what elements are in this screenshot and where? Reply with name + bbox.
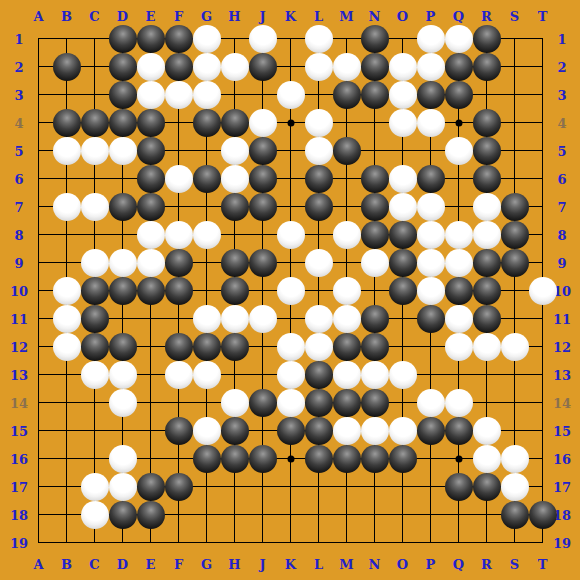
- black-stone-E7[interactable]: [137, 193, 165, 221]
- black-stone-N2[interactable]: [361, 53, 389, 81]
- black-stone-F15[interactable]: [165, 417, 193, 445]
- black-stone-D1[interactable]: [109, 25, 137, 53]
- white-stone-M2[interactable]: [333, 53, 361, 81]
- col-label-bottom: P: [426, 558, 436, 571]
- black-stone-E4[interactable]: [137, 109, 165, 137]
- white-stone-D13[interactable]: [109, 361, 137, 389]
- white-stone-O13[interactable]: [389, 361, 417, 389]
- white-stone-F6[interactable]: [165, 165, 193, 193]
- row-label-right: 6: [557, 172, 566, 185]
- black-stone-R11[interactable]: [473, 305, 501, 333]
- white-stone-E8[interactable]: [137, 221, 165, 249]
- white-stone-M11[interactable]: [333, 305, 361, 333]
- black-stone-B2[interactable]: [53, 53, 81, 81]
- white-stone-L11[interactable]: [305, 305, 333, 333]
- black-stone-N1[interactable]: [361, 25, 389, 53]
- row-label-left: 8: [14, 228, 23, 241]
- white-stone-C7[interactable]: [81, 193, 109, 221]
- black-stone-C11[interactable]: [81, 305, 109, 333]
- black-stone-J16[interactable]: [249, 445, 277, 473]
- black-stone-F2[interactable]: [165, 53, 193, 81]
- black-stone-H12[interactable]: [221, 333, 249, 361]
- black-stone-E18[interactable]: [137, 501, 165, 529]
- white-stone-O3[interactable]: [389, 81, 417, 109]
- white-stone-B10[interactable]: [53, 277, 81, 305]
- col-label-top: B: [61, 10, 72, 23]
- black-stone-Q17[interactable]: [445, 473, 473, 501]
- white-stone-S16[interactable]: [501, 445, 529, 473]
- col-label-bottom: N: [369, 558, 381, 571]
- black-stone-L16[interactable]: [305, 445, 333, 473]
- row-label-left: 12: [10, 340, 28, 353]
- col-label-top: R: [481, 10, 492, 23]
- row-label-right: 5: [557, 144, 566, 157]
- white-stone-R15[interactable]: [473, 417, 501, 445]
- white-stone-F13[interactable]: [165, 361, 193, 389]
- black-stone-L13[interactable]: [305, 361, 333, 389]
- black-stone-F12[interactable]: [165, 333, 193, 361]
- row-label-right: 15: [553, 424, 571, 437]
- black-stone-R1[interactable]: [473, 25, 501, 53]
- white-stone-J1[interactable]: [249, 25, 277, 53]
- grid-hline: [38, 542, 543, 543]
- black-stone-P11[interactable]: [417, 305, 445, 333]
- white-stone-P2[interactable]: [417, 53, 445, 81]
- black-stone-N16[interactable]: [361, 445, 389, 473]
- black-stone-C12[interactable]: [81, 333, 109, 361]
- col-label-bottom: Q: [453, 558, 464, 571]
- col-label-bottom: D: [117, 558, 128, 571]
- white-stone-L5[interactable]: [305, 137, 333, 165]
- black-stone-L14[interactable]: [305, 389, 333, 417]
- white-stone-S12[interactable]: [501, 333, 529, 361]
- black-stone-F1[interactable]: [165, 25, 193, 53]
- row-label-left: 14: [10, 396, 28, 409]
- row-label-right: 1: [557, 32, 566, 45]
- black-stone-D3[interactable]: [109, 81, 137, 109]
- black-stone-D4[interactable]: [109, 109, 137, 137]
- row-label-left: 13: [10, 368, 28, 381]
- row-label-right: 2: [557, 60, 566, 73]
- white-stone-Q11[interactable]: [445, 305, 473, 333]
- black-stone-J5[interactable]: [249, 137, 277, 165]
- col-label-bottom: F: [174, 558, 183, 571]
- col-label-bottom: A: [33, 558, 43, 571]
- black-stone-L6[interactable]: [305, 165, 333, 193]
- white-stone-G13[interactable]: [193, 361, 221, 389]
- white-stone-C13[interactable]: [81, 361, 109, 389]
- black-stone-R5[interactable]: [473, 137, 501, 165]
- white-stone-B7[interactable]: [53, 193, 81, 221]
- white-stone-K12[interactable]: [277, 333, 305, 361]
- row-label-left: 9: [14, 256, 23, 269]
- white-stone-P4[interactable]: [417, 109, 445, 137]
- black-stone-D12[interactable]: [109, 333, 137, 361]
- row-label-left: 10: [10, 284, 28, 297]
- white-stone-H5[interactable]: [221, 137, 249, 165]
- white-stone-D14[interactable]: [109, 389, 137, 417]
- col-label-top: N: [369, 10, 381, 23]
- white-stone-K14[interactable]: [277, 389, 305, 417]
- black-stone-G4[interactable]: [193, 109, 221, 137]
- white-stone-S17[interactable]: [501, 473, 529, 501]
- col-label-top: K: [285, 10, 296, 23]
- black-stone-E6[interactable]: [137, 165, 165, 193]
- black-stone-O8[interactable]: [389, 221, 417, 249]
- white-stone-T10[interactable]: [529, 277, 557, 305]
- col-label-top: A: [33, 10, 43, 23]
- white-stone-H2[interactable]: [221, 53, 249, 81]
- black-stone-R2[interactable]: [473, 53, 501, 81]
- white-stone-D16[interactable]: [109, 445, 137, 473]
- white-stone-C5[interactable]: [81, 137, 109, 165]
- black-stone-H16[interactable]: [221, 445, 249, 473]
- white-stone-G1[interactable]: [193, 25, 221, 53]
- black-stone-C4[interactable]: [81, 109, 109, 137]
- col-label-bottom: M: [339, 558, 353, 571]
- black-stone-S18[interactable]: [501, 501, 529, 529]
- black-stone-N8[interactable]: [361, 221, 389, 249]
- white-stone-G15[interactable]: [193, 417, 221, 445]
- black-stone-N6[interactable]: [361, 165, 389, 193]
- row-label-left: 7: [14, 200, 23, 213]
- col-label-bottom: C: [89, 558, 99, 571]
- col-label-bottom: T: [538, 558, 548, 571]
- black-stone-B4[interactable]: [53, 109, 81, 137]
- black-stone-M16[interactable]: [333, 445, 361, 473]
- black-stone-O10[interactable]: [389, 277, 417, 305]
- white-stone-J11[interactable]: [249, 305, 277, 333]
- col-label-top: L: [314, 10, 323, 23]
- white-stone-G2[interactable]: [193, 53, 221, 81]
- black-stone-R9[interactable]: [473, 249, 501, 277]
- white-stone-L9[interactable]: [305, 249, 333, 277]
- white-stone-O2[interactable]: [389, 53, 417, 81]
- col-label-top: C: [89, 10, 99, 23]
- white-stone-D5[interactable]: [109, 137, 137, 165]
- black-stone-D10[interactable]: [109, 277, 137, 305]
- black-stone-F9[interactable]: [165, 249, 193, 277]
- col-label-bottom: L: [314, 558, 323, 571]
- white-stone-C18[interactable]: [81, 501, 109, 529]
- black-stone-Q15[interactable]: [445, 417, 473, 445]
- white-stone-F3[interactable]: [165, 81, 193, 109]
- black-stone-G6[interactable]: [193, 165, 221, 193]
- black-stone-F10[interactable]: [165, 277, 193, 305]
- row-label-right: 8: [557, 228, 566, 241]
- black-stone-M3[interactable]: [333, 81, 361, 109]
- black-stone-M14[interactable]: [333, 389, 361, 417]
- row-label-right: 7: [557, 200, 566, 213]
- col-label-bottom: J: [259, 558, 265, 571]
- black-stone-C10[interactable]: [81, 277, 109, 305]
- black-stone-K15[interactable]: [277, 417, 305, 445]
- col-label-bottom: G: [201, 558, 212, 571]
- black-stone-N12[interactable]: [361, 333, 389, 361]
- row-label-right: 17: [553, 480, 571, 493]
- col-label-bottom: S: [510, 558, 519, 571]
- row-label-right: 19: [553, 536, 571, 549]
- white-stone-R16[interactable]: [473, 445, 501, 473]
- white-stone-P8[interactable]: [417, 221, 445, 249]
- row-label-right: 14: [553, 396, 571, 409]
- black-stone-J6[interactable]: [249, 165, 277, 193]
- black-stone-G12[interactable]: [193, 333, 221, 361]
- black-stone-E17[interactable]: [137, 473, 165, 501]
- white-stone-L2[interactable]: [305, 53, 333, 81]
- col-label-top: Q: [453, 10, 464, 23]
- white-stone-K10[interactable]: [277, 277, 305, 305]
- black-stone-P3[interactable]: [417, 81, 445, 109]
- row-label-right: 3: [557, 88, 566, 101]
- black-stone-S7[interactable]: [501, 193, 529, 221]
- black-stone-E10[interactable]: [137, 277, 165, 305]
- white-stone-P9[interactable]: [417, 249, 445, 277]
- white-stone-J4[interactable]: [249, 109, 277, 137]
- white-stone-Q12[interactable]: [445, 333, 473, 361]
- col-label-bottom: E: [146, 558, 156, 571]
- white-stone-H6[interactable]: [221, 165, 249, 193]
- row-label-left: 4: [14, 116, 23, 129]
- col-label-bottom: H: [228, 558, 240, 571]
- row-label-left: 15: [10, 424, 28, 437]
- white-stone-E2[interactable]: [137, 53, 165, 81]
- col-label-bottom: K: [285, 558, 296, 571]
- star-point: [455, 119, 462, 126]
- black-stone-Q2[interactable]: [445, 53, 473, 81]
- white-stone-K3[interactable]: [277, 81, 305, 109]
- black-stone-Q10[interactable]: [445, 277, 473, 305]
- black-stone-R10[interactable]: [473, 277, 501, 305]
- black-stone-F17[interactable]: [165, 473, 193, 501]
- black-stone-J2[interactable]: [249, 53, 277, 81]
- row-label-left: 16: [10, 452, 28, 465]
- white-stone-Q5[interactable]: [445, 137, 473, 165]
- black-stone-H10[interactable]: [221, 277, 249, 305]
- white-stone-M10[interactable]: [333, 277, 361, 305]
- row-label-left: 3: [14, 88, 23, 101]
- black-stone-G16[interactable]: [193, 445, 221, 473]
- col-label-top: D: [117, 10, 128, 23]
- black-stone-J14[interactable]: [249, 389, 277, 417]
- white-stone-F8[interactable]: [165, 221, 193, 249]
- row-label-left: 5: [14, 144, 23, 157]
- white-stone-R12[interactable]: [473, 333, 501, 361]
- row-label-left: 2: [14, 60, 23, 73]
- col-label-bottom: B: [61, 558, 72, 571]
- col-label-top: M: [339, 10, 353, 23]
- col-label-bottom: O: [397, 558, 408, 571]
- black-stone-O16[interactable]: [389, 445, 417, 473]
- black-stone-O9[interactable]: [389, 249, 417, 277]
- black-stone-E5[interactable]: [137, 137, 165, 165]
- black-stone-N3[interactable]: [361, 81, 389, 109]
- white-stone-K8[interactable]: [277, 221, 305, 249]
- black-stone-R4[interactable]: [473, 109, 501, 137]
- col-label-bottom: R: [481, 558, 492, 571]
- star-point: [287, 119, 294, 126]
- white-stone-G8[interactable]: [193, 221, 221, 249]
- row-label-left: 19: [10, 536, 28, 549]
- col-label-top: T: [538, 10, 548, 23]
- black-stone-H15[interactable]: [221, 417, 249, 445]
- row-label-right: 9: [557, 256, 566, 269]
- white-stone-N15[interactable]: [361, 417, 389, 445]
- black-stone-J9[interactable]: [249, 249, 277, 277]
- white-stone-H11[interactable]: [221, 305, 249, 333]
- white-stone-O4[interactable]: [389, 109, 417, 137]
- white-stone-O6[interactable]: [389, 165, 417, 193]
- white-stone-N13[interactable]: [361, 361, 389, 389]
- white-stone-P14[interactable]: [417, 389, 445, 417]
- col-label-top: E: [146, 10, 156, 23]
- white-stone-G3[interactable]: [193, 81, 221, 109]
- go-board-screen: AABBCCDDEEFFGGHHJJKKLLMMNNOOPPQQRRSSTT11…: [0, 0, 580, 580]
- white-stone-Q9[interactable]: [445, 249, 473, 277]
- col-label-top: F: [174, 10, 183, 23]
- black-stone-L7[interactable]: [305, 193, 333, 221]
- black-stone-H7[interactable]: [221, 193, 249, 221]
- black-stone-D7[interactable]: [109, 193, 137, 221]
- col-label-top: S: [510, 10, 519, 23]
- black-stone-S9[interactable]: [501, 249, 529, 277]
- white-stone-L12[interactable]: [305, 333, 333, 361]
- white-stone-P10[interactable]: [417, 277, 445, 305]
- black-stone-R6[interactable]: [473, 165, 501, 193]
- black-stone-P15[interactable]: [417, 417, 445, 445]
- row-label-right: 12: [553, 340, 571, 353]
- white-stone-E3[interactable]: [137, 81, 165, 109]
- col-label-top: P: [426, 10, 436, 23]
- black-stone-N11[interactable]: [361, 305, 389, 333]
- col-label-top: H: [228, 10, 240, 23]
- white-stone-B5[interactable]: [53, 137, 81, 165]
- row-label-left: 18: [10, 508, 28, 521]
- white-stone-N9[interactable]: [361, 249, 389, 277]
- white-stone-B11[interactable]: [53, 305, 81, 333]
- white-stone-E9[interactable]: [137, 249, 165, 277]
- black-stone-M5[interactable]: [333, 137, 361, 165]
- white-stone-D9[interactable]: [109, 249, 137, 277]
- row-label-right: 13: [553, 368, 571, 381]
- white-stone-C9[interactable]: [81, 249, 109, 277]
- black-stone-M12[interactable]: [333, 333, 361, 361]
- row-label-right: 16: [553, 452, 571, 465]
- col-label-top: J: [259, 10, 265, 23]
- white-stone-Q1[interactable]: [445, 25, 473, 53]
- black-stone-D18[interactable]: [109, 501, 137, 529]
- row-label-left: 11: [10, 312, 28, 325]
- white-stone-Q14[interactable]: [445, 389, 473, 417]
- row-label-right: 11: [553, 312, 571, 325]
- row-label-left: 1: [14, 32, 23, 45]
- star-point: [287, 455, 294, 462]
- white-stone-M15[interactable]: [333, 417, 361, 445]
- black-stone-N14[interactable]: [361, 389, 389, 417]
- white-stone-B12[interactable]: [53, 333, 81, 361]
- black-stone-R17[interactable]: [473, 473, 501, 501]
- black-stone-E1[interactable]: [137, 25, 165, 53]
- white-stone-R8[interactable]: [473, 221, 501, 249]
- black-stone-Q3[interactable]: [445, 81, 473, 109]
- col-label-top: O: [397, 10, 408, 23]
- col-label-top: G: [201, 10, 212, 23]
- black-stone-L15[interactable]: [305, 417, 333, 445]
- star-point: [455, 455, 462, 462]
- go-board[interactable]: AABBCCDDEEFFGGHHJJKKLLMMNNOOPPQQRRSSTT11…: [0, 0, 580, 580]
- black-stone-T18[interactable]: [529, 501, 557, 529]
- white-stone-M13[interactable]: [333, 361, 361, 389]
- white-stone-P1[interactable]: [417, 25, 445, 53]
- white-stone-G11[interactable]: [193, 305, 221, 333]
- white-stone-Q8[interactable]: [445, 221, 473, 249]
- white-stone-K13[interactable]: [277, 361, 305, 389]
- white-stone-L4[interactable]: [305, 109, 333, 137]
- black-stone-H4[interactable]: [221, 109, 249, 137]
- white-stone-D17[interactable]: [109, 473, 137, 501]
- white-stone-M8[interactable]: [333, 221, 361, 249]
- row-label-left: 17: [10, 480, 28, 493]
- row-label-right: 4: [557, 116, 566, 129]
- black-stone-S8[interactable]: [501, 221, 529, 249]
- row-label-left: 6: [14, 172, 23, 185]
- white-stone-C17[interactable]: [81, 473, 109, 501]
- white-stone-O7[interactable]: [389, 193, 417, 221]
- black-stone-H9[interactable]: [221, 249, 249, 277]
- white-stone-P7[interactable]: [417, 193, 445, 221]
- white-stone-R7[interactable]: [473, 193, 501, 221]
- white-stone-H14[interactable]: [221, 389, 249, 417]
- white-stone-L1[interactable]: [305, 25, 333, 53]
- black-stone-P6[interactable]: [417, 165, 445, 193]
- white-stone-O15[interactable]: [389, 417, 417, 445]
- black-stone-D2[interactable]: [109, 53, 137, 81]
- black-stone-N7[interactable]: [361, 193, 389, 221]
- black-stone-J7[interactable]: [249, 193, 277, 221]
